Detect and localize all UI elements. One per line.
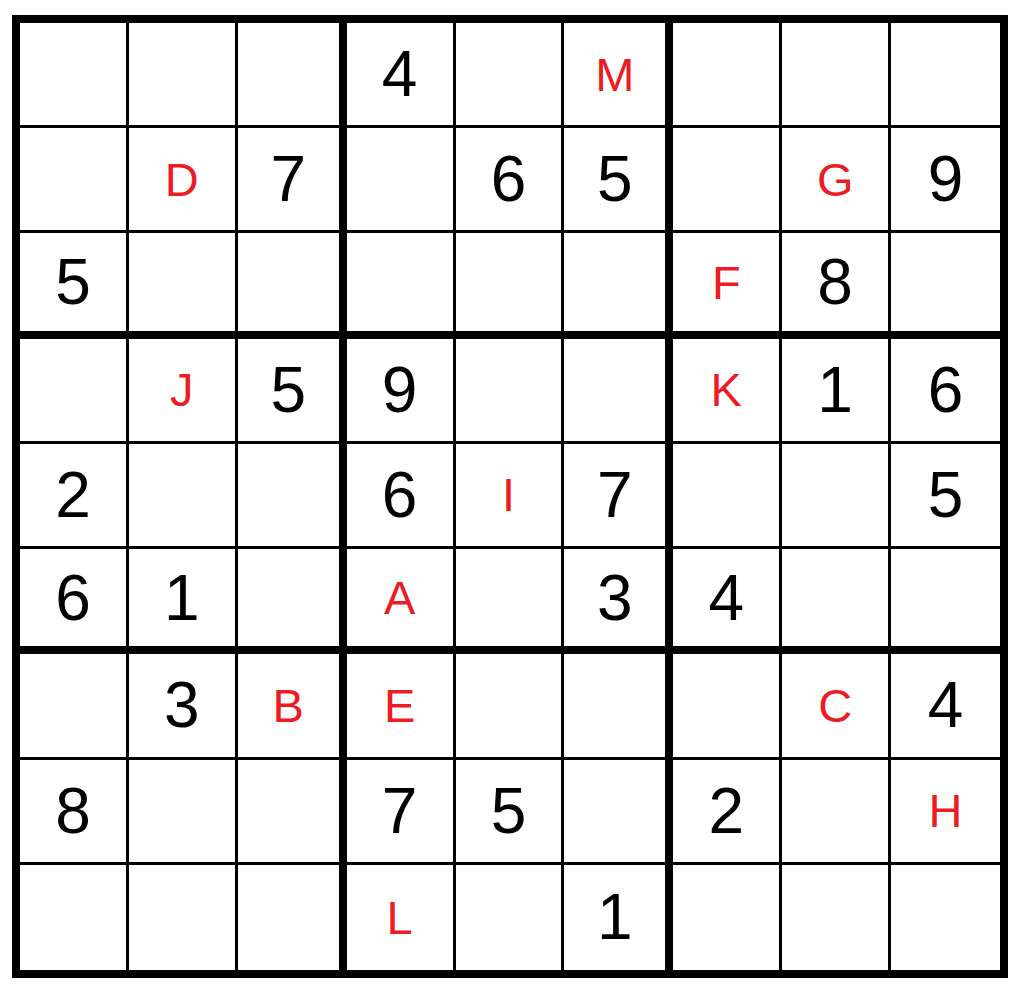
given-digit: 2 bbox=[708, 779, 744, 843]
cell-r8c3[interactable] bbox=[238, 760, 347, 865]
cell-r9c4[interactable]: L bbox=[347, 865, 456, 970]
cell-r4c5[interactable] bbox=[456, 339, 565, 444]
given-digit: 9 bbox=[928, 147, 964, 211]
cell-r5c2[interactable] bbox=[129, 444, 238, 549]
sudoku-board: 4MD765G95F8J59K1626I7561A343BEC48752HL1 bbox=[12, 15, 1008, 978]
given-digit: 6 bbox=[382, 463, 418, 527]
given-digit: 3 bbox=[597, 566, 633, 630]
cell-r1c8[interactable] bbox=[782, 23, 891, 128]
cell-r6c1[interactable]: 6 bbox=[20, 549, 129, 654]
cell-r8c9[interactable]: H bbox=[891, 760, 1000, 865]
cell-r5c6[interactable]: 7 bbox=[564, 444, 673, 549]
cell-r1c3[interactable] bbox=[238, 23, 347, 128]
given-digit: 6 bbox=[491, 147, 527, 211]
cell-r8c7[interactable]: 2 bbox=[673, 760, 782, 865]
cell-r2c5[interactable]: 6 bbox=[456, 128, 565, 233]
given-digit: 5 bbox=[928, 463, 964, 527]
cell-r6c3[interactable] bbox=[238, 549, 347, 654]
cell-r7c5[interactable] bbox=[456, 654, 565, 759]
cell-r1c2[interactable] bbox=[129, 23, 238, 128]
cell-r4c4[interactable]: 9 bbox=[347, 339, 456, 444]
cell-r1c7[interactable] bbox=[673, 23, 782, 128]
letter-label: L bbox=[387, 894, 413, 941]
cell-r4c6[interactable] bbox=[564, 339, 673, 444]
cell-r1c4[interactable]: 4 bbox=[347, 23, 456, 128]
cell-r9c9[interactable] bbox=[891, 865, 1000, 970]
cell-r8c8[interactable] bbox=[782, 760, 891, 865]
cell-r7c6[interactable] bbox=[564, 654, 673, 759]
cell-r3c4[interactable] bbox=[347, 233, 456, 338]
cell-r7c9[interactable]: 4 bbox=[891, 654, 1000, 759]
given-digit: 4 bbox=[928, 673, 964, 737]
cell-r1c1[interactable] bbox=[20, 23, 129, 128]
given-digit: 6 bbox=[55, 566, 91, 630]
cell-r9c7[interactable] bbox=[673, 865, 782, 970]
given-digit: 1 bbox=[817, 358, 853, 422]
cell-r2c7[interactable] bbox=[673, 128, 782, 233]
cell-r1c5[interactable] bbox=[456, 23, 565, 128]
letter-label: H bbox=[929, 787, 963, 834]
cell-r6c4[interactable]: A bbox=[347, 549, 456, 654]
cell-r2c9[interactable]: 9 bbox=[891, 128, 1000, 233]
cell-r2c6[interactable]: 5 bbox=[564, 128, 673, 233]
letter-label: C bbox=[818, 682, 852, 729]
letter-label: I bbox=[502, 471, 515, 518]
cell-r6c8[interactable] bbox=[782, 549, 891, 654]
cell-r9c5[interactable] bbox=[456, 865, 565, 970]
cell-r3c8[interactable]: 8 bbox=[782, 233, 891, 338]
cell-r2c8[interactable]: G bbox=[782, 128, 891, 233]
cell-r3c2[interactable] bbox=[129, 233, 238, 338]
cell-r4c9[interactable]: 6 bbox=[891, 339, 1000, 444]
cell-r5c5[interactable]: I bbox=[456, 444, 565, 549]
cell-r6c9[interactable] bbox=[891, 549, 1000, 654]
letter-label: D bbox=[165, 156, 199, 203]
cell-r9c3[interactable] bbox=[238, 865, 347, 970]
letter-label: B bbox=[273, 682, 304, 729]
cell-r4c1[interactable] bbox=[20, 339, 129, 444]
given-digit: 1 bbox=[597, 885, 633, 949]
cell-r7c1[interactable] bbox=[20, 654, 129, 759]
given-digit: 7 bbox=[270, 147, 306, 211]
cell-r6c6[interactable]: 3 bbox=[564, 549, 673, 654]
cell-r2c3[interactable]: 7 bbox=[238, 128, 347, 233]
cell-r7c4[interactable]: E bbox=[347, 654, 456, 759]
cell-r4c3[interactable]: 5 bbox=[238, 339, 347, 444]
given-digit: 5 bbox=[270, 358, 306, 422]
cell-r9c8[interactable] bbox=[782, 865, 891, 970]
letter-label: A bbox=[384, 574, 415, 621]
cell-r6c5[interactable] bbox=[456, 549, 565, 654]
cell-r4c2[interactable]: J bbox=[129, 339, 238, 444]
letter-label: M bbox=[595, 51, 634, 98]
cell-r7c8[interactable]: C bbox=[782, 654, 891, 759]
cell-r4c8[interactable]: 1 bbox=[782, 339, 891, 444]
cell-r3c5[interactable] bbox=[456, 233, 565, 338]
cell-r7c2[interactable]: 3 bbox=[129, 654, 238, 759]
letter-label: G bbox=[817, 156, 854, 203]
given-digit: 6 bbox=[928, 358, 964, 422]
cell-r6c7[interactable]: 4 bbox=[673, 549, 782, 654]
cell-r1c6[interactable]: M bbox=[564, 23, 673, 128]
cell-r3c9[interactable] bbox=[891, 233, 1000, 338]
cell-r9c6[interactable]: 1 bbox=[564, 865, 673, 970]
given-digit: 5 bbox=[597, 147, 633, 211]
given-digit: 5 bbox=[55, 250, 91, 314]
given-digit: 7 bbox=[382, 779, 418, 843]
cell-r5c7[interactable] bbox=[673, 444, 782, 549]
cell-r3c6[interactable] bbox=[564, 233, 673, 338]
letter-label: J bbox=[170, 366, 194, 413]
cell-r2c2[interactable]: D bbox=[129, 128, 238, 233]
given-digit: 9 bbox=[382, 358, 418, 422]
given-digit: 2 bbox=[55, 463, 91, 527]
given-digit: 8 bbox=[817, 250, 853, 314]
cell-r5c3[interactable] bbox=[238, 444, 347, 549]
given-digit: 4 bbox=[382, 42, 418, 106]
given-digit: 3 bbox=[164, 673, 200, 737]
given-digit: 7 bbox=[597, 463, 633, 527]
cell-r4c7[interactable]: K bbox=[673, 339, 782, 444]
letter-label: E bbox=[384, 682, 415, 729]
cell-r9c2[interactable] bbox=[129, 865, 238, 970]
cell-r5c9[interactable]: 5 bbox=[891, 444, 1000, 549]
cell-r5c1[interactable]: 2 bbox=[20, 444, 129, 549]
cell-r8c2[interactable] bbox=[129, 760, 238, 865]
cell-r8c6[interactable] bbox=[564, 760, 673, 865]
given-digit: 4 bbox=[708, 566, 744, 630]
cell-r9c1[interactable] bbox=[20, 865, 129, 970]
sudoku-board-wrapper: 4MD765G95F8J59K1626I7561A343BEC48752HL1 bbox=[12, 15, 1008, 978]
cell-r8c5[interactable]: 5 bbox=[456, 760, 565, 865]
given-digit: 1 bbox=[164, 566, 200, 630]
cell-r3c7[interactable]: F bbox=[673, 233, 782, 338]
given-digit: 5 bbox=[491, 779, 527, 843]
cell-r1c9[interactable] bbox=[891, 23, 1000, 128]
letter-label: F bbox=[712, 259, 741, 306]
cell-r7c7[interactable] bbox=[673, 654, 782, 759]
cell-r8c1[interactable]: 8 bbox=[20, 760, 129, 865]
cell-r3c1[interactable]: 5 bbox=[20, 233, 129, 338]
cell-r5c8[interactable] bbox=[782, 444, 891, 549]
cell-r2c4[interactable] bbox=[347, 128, 456, 233]
cell-r5c4[interactable]: 6 bbox=[347, 444, 456, 549]
cell-r8c4[interactable]: 7 bbox=[347, 760, 456, 865]
cell-r2c1[interactable] bbox=[20, 128, 129, 233]
given-digit: 8 bbox=[55, 779, 91, 843]
letter-label: K bbox=[711, 366, 742, 413]
cell-r7c3[interactable]: B bbox=[238, 654, 347, 759]
cell-r3c3[interactable] bbox=[238, 233, 347, 338]
cell-r6c2[interactable]: 1 bbox=[129, 549, 238, 654]
